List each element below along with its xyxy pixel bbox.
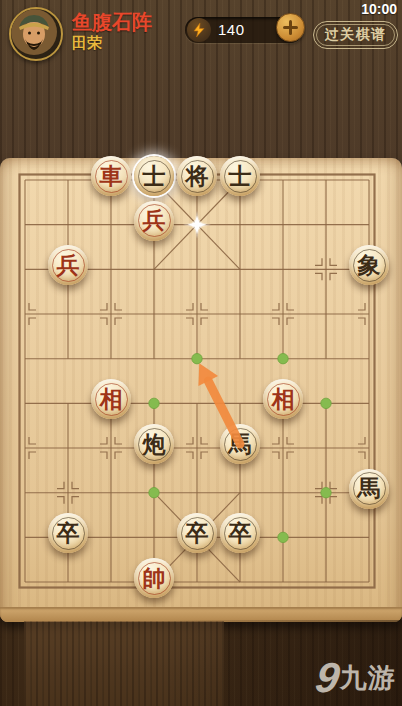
- level-record-button[interactable]: 过关棋谱: [313, 21, 398, 49]
- piece-glyph: 将: [177, 156, 217, 196]
- piece-black-soldier[interactable]: 卒: [177, 513, 217, 553]
- piece-glyph: 馬: [349, 469, 389, 509]
- piece-glyph: 相: [263, 379, 303, 419]
- opponent-name: 田荣: [72, 34, 102, 53]
- piece-black-advisor[interactable]: 士: [220, 156, 260, 196]
- piece-black-general[interactable]: 将: [177, 156, 217, 196]
- piece-red-soldier[interactable]: 兵: [48, 245, 88, 285]
- piece-red-general[interactable]: 帥: [134, 558, 174, 598]
- piece-red-soldier[interactable]: 兵: [134, 201, 174, 241]
- piece-glyph: 馬: [220, 424, 260, 464]
- piece-black-horse[interactable]: 馬: [349, 469, 389, 509]
- level-title: 鱼腹石阵: [72, 9, 152, 36]
- piece-glyph: 士: [220, 156, 260, 196]
- piece-glyph: 相: [91, 379, 131, 419]
- nine-game-logo-icon: 9: [313, 658, 340, 698]
- nine-game-logo-text: 九游: [340, 660, 396, 696]
- xiangqi-board[interactable]: 車士将士兵兵象相相炮馬馬卒卒卒帥: [0, 158, 402, 622]
- lightning-icon: [187, 18, 211, 42]
- general-portrait-icon: [11, 9, 57, 55]
- piece-glyph: 士: [134, 156, 174, 196]
- piece-glyph: 兵: [134, 201, 174, 241]
- piece-glyph: 卒: [48, 513, 88, 553]
- piece-glyph: 帥: [134, 558, 174, 598]
- piece-black-horse[interactable]: 馬: [220, 424, 260, 464]
- player-avatar[interactable]: [9, 7, 63, 61]
- piece-glyph: 卒: [220, 513, 260, 553]
- game-clock: 10:00: [361, 1, 397, 17]
- piece-black-soldier[interactable]: 卒: [220, 513, 260, 553]
- piece-red-elephant[interactable]: 相: [91, 379, 131, 419]
- add-energy-button[interactable]: [276, 13, 305, 42]
- piece-red-chariot[interactable]: 車: [91, 156, 131, 196]
- piece-glyph: 炮: [134, 424, 174, 464]
- energy-value: 140: [218, 17, 245, 43]
- piece-glyph: 卒: [177, 513, 217, 553]
- piece-glyph: 兵: [48, 245, 88, 285]
- piece-black-elephant[interactable]: 象: [349, 245, 389, 285]
- nine-game-watermark: 9 九游: [316, 658, 396, 698]
- piece-black-advisor[interactable]: 士: [134, 156, 174, 196]
- piece-black-cannon[interactable]: 炮: [134, 424, 174, 464]
- xiangqi-app-screen: 鱼腹石阵 田荣 140 过关棋谱 10:00 車士将士兵兵象相相炮馬馬卒卒卒帥 …: [0, 0, 402, 706]
- piece-black-soldier[interactable]: 卒: [48, 513, 88, 553]
- piece-red-elephant[interactable]: 相: [263, 379, 303, 419]
- piece-glyph: 象: [349, 245, 389, 285]
- pieces-layer: 車士将士兵兵象相相炮馬馬卒卒卒帥: [0, 158, 402, 622]
- piece-glyph: 車: [91, 156, 131, 196]
- level-record-button-label: 过关棋谱: [325, 26, 387, 44]
